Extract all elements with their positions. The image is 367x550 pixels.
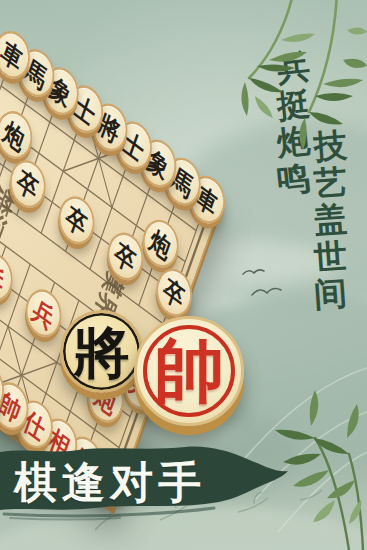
calligraphy-column-right: 技艺盖世间: [314, 128, 347, 313]
calligraphy-char: 世: [313, 238, 348, 277]
title-banner: 棋逢对手: [0, 438, 300, 523]
red-general-big-piece: 帥: [134, 316, 244, 426]
calligraphy-char: 鸣: [275, 159, 312, 199]
calligraphy-char: 艺: [313, 164, 348, 203]
calligraphy-char: 盖: [313, 201, 348, 240]
red-general-glyph: 帥: [154, 336, 224, 406]
calligraphy-char: 间: [313, 275, 348, 314]
calligraphy-column-left: 兵挺炮鸣: [277, 50, 310, 198]
calligraphy-char: 技: [313, 127, 348, 166]
black-general-glyph: 將: [74, 324, 130, 380]
black-general-big-piece: 將: [60, 310, 143, 393]
xiangqi-promo-screen: 兵挺炮鸣 技艺盖世间 楚河 漢界 車馬象士將士象馬車炮炮卒卒卒卒卒兵兵兵兵兵炮炮…: [0, 0, 367, 550]
banner-title: 棋逢对手: [14, 454, 206, 512]
